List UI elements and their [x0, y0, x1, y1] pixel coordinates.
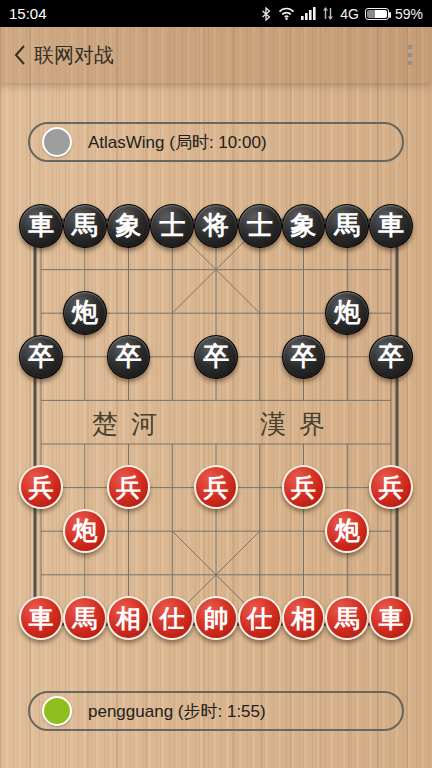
piece-red-a-d1[interactable]: 仕: [150, 596, 194, 640]
intersection-d10[interactable]: 士: [150, 204, 194, 248]
intersection-b9[interactable]: [63, 248, 107, 292]
intersection-f6[interactable]: [238, 378, 282, 422]
status-bar: 15:04 4G: [0, 0, 432, 27]
intersection-h2[interactable]: [325, 553, 369, 597]
intersection-h6[interactable]: [325, 378, 369, 422]
overflow-menu-icon[interactable]: [402, 39, 418, 71]
piece-red-a-f1[interactable]: 仕: [238, 596, 282, 640]
intersection-e6[interactable]: [194, 378, 238, 422]
intersection-f2[interactable]: [238, 553, 282, 597]
intersection-a4[interactable]: 兵: [19, 466, 63, 510]
piece-red-n-h1[interactable]: 馬: [325, 596, 369, 640]
piece-black-k-e10[interactable]: 将: [194, 204, 238, 248]
intersection-b8[interactable]: 炮: [63, 291, 107, 335]
intersection-a7[interactable]: 卒: [19, 335, 63, 379]
intersection-g2[interactable]: [282, 553, 326, 597]
intersection-f8[interactable]: [238, 291, 282, 335]
piece-black-p-g7[interactable]: 卒: [282, 335, 326, 379]
intersection-g1[interactable]: 相: [282, 596, 326, 640]
intersection-a3[interactable]: [19, 509, 63, 553]
intersection-i4[interactable]: 兵: [369, 466, 413, 510]
intersection-c5[interactable]: [107, 422, 151, 466]
signal-icon: [301, 7, 316, 20]
intersection-e10[interactable]: 将: [194, 204, 238, 248]
intersection-d7[interactable]: [150, 335, 194, 379]
intersection-a2[interactable]: [19, 553, 63, 597]
piece-black-a-d10[interactable]: 士: [150, 204, 194, 248]
piece-black-p-i7[interactable]: 卒: [369, 335, 413, 379]
intersection-h3[interactable]: 炮: [325, 509, 369, 553]
intersection-b6[interactable]: [63, 378, 107, 422]
intersection-a5[interactable]: [19, 422, 63, 466]
piece-red-p-e4[interactable]: 兵: [194, 465, 238, 509]
intersection-h9[interactable]: [325, 248, 369, 292]
intersection-d1[interactable]: 仕: [150, 596, 194, 640]
intersection-a9[interactable]: [19, 248, 63, 292]
intersection-c10[interactable]: 象: [107, 204, 151, 248]
intersection-e9[interactable]: [194, 248, 238, 292]
intersection-h1[interactable]: 馬: [325, 596, 369, 640]
intersection-c8[interactable]: [107, 291, 151, 335]
intersection-c2[interactable]: [107, 553, 151, 597]
intersection-e2[interactable]: [194, 553, 238, 597]
intersection-d9[interactable]: [150, 248, 194, 292]
intersection-b3[interactable]: 炮: [63, 509, 107, 553]
piece-red-n-b1[interactable]: 馬: [63, 596, 107, 640]
intersection-e8[interactable]: [194, 291, 238, 335]
intersection-a10[interactable]: 車: [19, 204, 63, 248]
intersection-a1[interactable]: 車: [19, 596, 63, 640]
intersection-a6[interactable]: [19, 378, 63, 422]
intersection-i9[interactable]: [369, 248, 413, 292]
app-header: 联网对战: [0, 27, 432, 83]
intersection-g10[interactable]: 象: [282, 204, 326, 248]
intersection-g4[interactable]: 兵: [282, 466, 326, 510]
intersection-b5[interactable]: [63, 422, 107, 466]
piece-red-k-e1[interactable]: 帥: [194, 596, 238, 640]
network-type: 4G: [340, 6, 359, 22]
avatar-top: [42, 127, 72, 157]
intersection-d3[interactable]: [150, 509, 194, 553]
piece-red-p-c4[interactable]: 兵: [107, 465, 151, 509]
piece-red-c-b3[interactable]: 炮: [63, 509, 107, 553]
intersection-d8[interactable]: [150, 291, 194, 335]
bluetooth-icon: [260, 7, 272, 21]
intersection-d5[interactable]: [150, 422, 194, 466]
avatar-bottom: [42, 696, 72, 726]
piece-black-b-c10[interactable]: 象: [107, 204, 151, 248]
piece-red-p-g4[interactable]: 兵: [282, 465, 326, 509]
intersection-f4[interactable]: [238, 466, 282, 510]
piece-black-a-f10[interactable]: 士: [238, 204, 282, 248]
intersection-b10[interactable]: 馬: [63, 204, 107, 248]
intersection-a8[interactable]: [19, 291, 63, 335]
intersection-b1[interactable]: 馬: [63, 596, 107, 640]
player-top-label: AtlasWing (局时: 10:00): [88, 131, 267, 154]
intersection-f3[interactable]: [238, 509, 282, 553]
intersection-b4[interactable]: [63, 466, 107, 510]
intersection-c3[interactable]: [107, 509, 151, 553]
intersection-c6[interactable]: [107, 378, 151, 422]
piece-red-c-h3[interactable]: 炮: [325, 509, 369, 553]
intersection-f5[interactable]: [238, 422, 282, 466]
intersection-f1[interactable]: 仕: [238, 596, 282, 640]
intersection-i10[interactable]: 車: [369, 204, 413, 248]
intersection-h4[interactable]: [325, 466, 369, 510]
intersection-i6[interactable]: [369, 378, 413, 422]
intersection-g5[interactable]: [282, 422, 326, 466]
battery-percent: 59%: [395, 6, 423, 22]
piece-black-p-e7[interactable]: 卒: [194, 335, 238, 379]
intersection-f7[interactable]: [238, 335, 282, 379]
intersection-e7[interactable]: 卒: [194, 335, 238, 379]
status-time: 15:04: [9, 5, 47, 22]
intersection-i1[interactable]: 車: [369, 596, 413, 640]
intersection-g9[interactable]: [282, 248, 326, 292]
intersection-e4[interactable]: 兵: [194, 466, 238, 510]
board-grid: 車馬象士将士象馬車炮炮卒卒卒卒卒兵兵兵兵兵炮炮車馬相仕帥仕相馬車: [19, 204, 413, 640]
intersection-g8[interactable]: [282, 291, 326, 335]
intersection-c9[interactable]: [107, 248, 151, 292]
piece-black-n-b10[interactable]: 馬: [63, 204, 107, 248]
intersection-b2[interactable]: [63, 553, 107, 597]
piece-red-r-i1[interactable]: 車: [369, 596, 413, 640]
intersection-e1[interactable]: 帥: [194, 596, 238, 640]
intersection-h10[interactable]: 馬: [325, 204, 369, 248]
intersection-e5[interactable]: [194, 422, 238, 466]
intersection-i8[interactable]: [369, 291, 413, 335]
intersection-g7[interactable]: 卒: [282, 335, 326, 379]
piece-black-b-g10[interactable]: 象: [282, 204, 326, 248]
piece-black-c-b8[interactable]: 炮: [63, 291, 107, 335]
intersection-i3[interactable]: [369, 509, 413, 553]
intersection-i2[interactable]: [369, 553, 413, 597]
intersection-h8[interactable]: 炮: [325, 291, 369, 335]
intersection-c1[interactable]: 相: [107, 596, 151, 640]
piece-black-p-c7[interactable]: 卒: [107, 335, 151, 379]
intersection-g3[interactable]: [282, 509, 326, 553]
player-bottom-label: pengguang (步时: 1:55): [88, 700, 266, 723]
piece-red-r-a1[interactable]: 車: [19, 596, 63, 640]
piece-red-p-a4[interactable]: 兵: [19, 465, 63, 509]
intersection-d6[interactable]: [150, 378, 194, 422]
intersection-c4[interactable]: 兵: [107, 466, 151, 510]
intersection-f9[interactable]: [238, 248, 282, 292]
piece-black-c-h8[interactable]: 炮: [325, 291, 369, 335]
intersection-e3[interactable]: [194, 509, 238, 553]
piece-red-p-i4[interactable]: 兵: [369, 465, 413, 509]
intersection-h7[interactable]: [325, 335, 369, 379]
piece-black-r-i10[interactable]: 車: [369, 204, 413, 248]
wifi-icon: [278, 7, 295, 20]
intersection-h5[interactable]: [325, 422, 369, 466]
intersection-d2[interactable]: [150, 553, 194, 597]
piece-red-b-c1[interactable]: 相: [107, 596, 151, 640]
intersection-g6[interactable]: [282, 378, 326, 422]
piece-black-n-h10[interactable]: 馬: [325, 204, 369, 248]
piece-black-p-a7[interactable]: 卒: [19, 335, 63, 379]
page-title: 联网对战: [34, 42, 114, 69]
page: 15:04 4G: [0, 0, 432, 768]
player-bar-top: AtlasWing (局时: 10:00): [28, 122, 404, 162]
intersection-i5[interactable]: [369, 422, 413, 466]
intersection-b7[interactable]: [63, 335, 107, 379]
intersection-i7[interactable]: 卒: [369, 335, 413, 379]
intersection-f10[interactable]: 士: [238, 204, 282, 248]
intersection-d4[interactable]: [150, 466, 194, 510]
piece-red-b-g1[interactable]: 相: [282, 596, 326, 640]
intersection-c7[interactable]: 卒: [107, 335, 151, 379]
back-icon[interactable]: [14, 44, 26, 66]
piece-black-r-a10[interactable]: 車: [19, 204, 63, 248]
battery-icon: [365, 8, 389, 20]
player-bar-bottom: pengguang (步时: 1:55): [28, 691, 404, 731]
data-arrows-icon: [322, 7, 334, 20]
